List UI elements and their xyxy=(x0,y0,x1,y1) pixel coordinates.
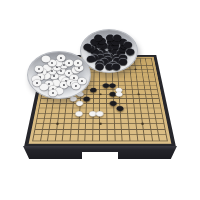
board-front-edge xyxy=(23,146,177,159)
black-tray-stone: ● xyxy=(111,62,122,71)
black-tray-stone: ● xyxy=(92,32,104,42)
black-tray-stone: ● xyxy=(123,40,133,48)
white-tray-stone: ● xyxy=(76,76,88,86)
star-point xyxy=(141,123,144,125)
stone-center-dot xyxy=(77,63,79,65)
go-set-product-photo: ●●●●●●●●●●●●●●● ●●●●●●●●●●●●●●●●●●●●●●●●… xyxy=(0,0,200,200)
black-stone: ● xyxy=(116,105,124,111)
stone-center-dot xyxy=(68,62,71,64)
black-tray-stone: ● xyxy=(86,54,97,63)
star-point xyxy=(99,123,102,125)
stone-center-dot xyxy=(59,58,61,60)
stone-center-dot xyxy=(81,80,83,82)
star-point xyxy=(137,93,140,95)
star-point xyxy=(56,123,59,125)
stone-center-dot xyxy=(74,85,76,87)
black-tray-stone: ● xyxy=(111,32,123,41)
white-stone: ● xyxy=(75,100,83,106)
stone-center-dot xyxy=(38,68,40,70)
white-stone: ● xyxy=(95,110,103,116)
white-tray-stone: ● xyxy=(72,59,83,67)
white-tray-stone: ● xyxy=(40,55,50,63)
black-stone: ● xyxy=(89,87,97,92)
stone-center-dot xyxy=(36,83,38,85)
white-tray-stone: ● xyxy=(48,89,58,97)
white-stone: ● xyxy=(115,91,123,96)
stone-center-dot xyxy=(52,92,54,94)
board-latch-notch xyxy=(82,152,118,159)
stone-center-dot xyxy=(51,62,53,64)
star-point xyxy=(99,93,102,95)
star-point xyxy=(134,68,137,69)
white-stones-tray: ●●●●●●●●●●●●●●●●●●●●●●●●●●●●●●●●●●●● xyxy=(27,51,91,99)
white-stone: ● xyxy=(75,110,84,116)
white-tray-stone: ● xyxy=(31,79,43,88)
white-tray-stone: ● xyxy=(54,54,66,64)
